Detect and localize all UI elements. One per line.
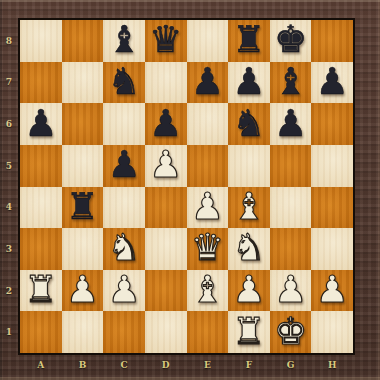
piece-white-rook[interactable]: ♜ bbox=[232, 313, 265, 350]
rank-label-7: 7 bbox=[0, 62, 18, 104]
rank-label-1: 1 bbox=[0, 311, 18, 353]
square-c3[interactable]: ♞ bbox=[103, 228, 145, 270]
square-e8[interactable] bbox=[187, 20, 229, 62]
square-b8[interactable] bbox=[62, 20, 104, 62]
square-d5[interactable]: ♟ bbox=[145, 145, 187, 187]
square-e7[interactable]: ♟ bbox=[187, 62, 229, 104]
square-g3[interactable] bbox=[270, 228, 312, 270]
piece-white-knight[interactable]: ♞ bbox=[107, 229, 140, 266]
square-b4[interactable]: ♜ bbox=[62, 187, 104, 229]
square-c4[interactable] bbox=[103, 187, 145, 229]
square-h4[interactable] bbox=[311, 187, 353, 229]
file-label-h: H bbox=[311, 356, 353, 374]
rank-label-6: 6 bbox=[0, 103, 18, 145]
square-f2[interactable]: ♟ bbox=[228, 270, 270, 312]
square-a5[interactable] bbox=[20, 145, 62, 187]
square-h5[interactable] bbox=[311, 145, 353, 187]
piece-black-rook[interactable]: ♜ bbox=[232, 21, 265, 58]
piece-black-pawn[interactable]: ♟ bbox=[316, 63, 349, 100]
piece-black-pawn[interactable]: ♟ bbox=[107, 146, 140, 183]
square-b5[interactable] bbox=[62, 145, 104, 187]
square-c8[interactable]: ♝ bbox=[103, 20, 145, 62]
piece-white-rook[interactable]: ♜ bbox=[24, 271, 57, 308]
square-h6[interactable] bbox=[311, 103, 353, 145]
rank-label-2: 2 bbox=[0, 270, 18, 312]
square-f4[interactable]: ♝ bbox=[228, 187, 270, 229]
square-g2[interactable]: ♟ bbox=[270, 270, 312, 312]
square-f7[interactable]: ♟ bbox=[228, 62, 270, 104]
rank-label-8: 8 bbox=[0, 20, 18, 62]
square-g4[interactable] bbox=[270, 187, 312, 229]
piece-black-bishop[interactable]: ♝ bbox=[107, 21, 140, 58]
square-f8[interactable]: ♜ bbox=[228, 20, 270, 62]
square-c7[interactable]: ♞ bbox=[103, 62, 145, 104]
piece-white-queen[interactable]: ♛ bbox=[191, 229, 224, 266]
square-d2[interactable] bbox=[145, 270, 187, 312]
square-f6[interactable]: ♞ bbox=[228, 103, 270, 145]
square-h2[interactable]: ♟ bbox=[311, 270, 353, 312]
file-label-e: E bbox=[187, 356, 229, 374]
file-label-f: F bbox=[228, 356, 270, 374]
square-h7[interactable]: ♟ bbox=[311, 62, 353, 104]
square-d1[interactable] bbox=[145, 311, 187, 353]
square-a8[interactable] bbox=[20, 20, 62, 62]
piece-black-pawn[interactable]: ♟ bbox=[191, 63, 224, 100]
square-g6[interactable]: ♟ bbox=[270, 103, 312, 145]
square-g1[interactable]: ♚ bbox=[270, 311, 312, 353]
piece-white-pawn[interactable]: ♟ bbox=[316, 271, 349, 308]
piece-white-pawn[interactable]: ♟ bbox=[149, 146, 182, 183]
file-label-b: B bbox=[62, 356, 104, 374]
piece-black-pawn[interactable]: ♟ bbox=[232, 63, 265, 100]
square-b7[interactable] bbox=[62, 62, 104, 104]
square-g7[interactable]: ♝ bbox=[270, 62, 312, 104]
square-d4[interactable] bbox=[145, 187, 187, 229]
square-e2[interactable]: ♝ bbox=[187, 270, 229, 312]
piece-white-bishop[interactable]: ♝ bbox=[232, 188, 265, 225]
square-b3[interactable] bbox=[62, 228, 104, 270]
rank-label-4: 4 bbox=[0, 187, 18, 229]
square-h8[interactable] bbox=[311, 20, 353, 62]
square-a7[interactable] bbox=[20, 62, 62, 104]
square-c5[interactable]: ♟ bbox=[103, 145, 145, 187]
piece-white-pawn[interactable]: ♟ bbox=[274, 271, 307, 308]
square-h3[interactable] bbox=[311, 228, 353, 270]
square-c1[interactable] bbox=[103, 311, 145, 353]
file-label-a: A bbox=[20, 356, 62, 374]
piece-black-bishop[interactable]: ♝ bbox=[274, 63, 307, 100]
square-c2[interactable]: ♟ bbox=[103, 270, 145, 312]
square-e4[interactable]: ♟ bbox=[187, 187, 229, 229]
piece-black-pawn[interactable]: ♟ bbox=[274, 105, 307, 142]
piece-white-knight[interactable]: ♞ bbox=[232, 229, 265, 266]
square-a3[interactable] bbox=[20, 228, 62, 270]
chess-board: ♝♛♜♚♞♟♟♝♟♟♟♞♟♟♟♜♟♝♞♛♞♜♟♟♝♟♟♟♜♚ bbox=[18, 18, 355, 355]
piece-white-pawn[interactable]: ♟ bbox=[232, 271, 265, 308]
square-f3[interactable]: ♞ bbox=[228, 228, 270, 270]
square-c6[interactable] bbox=[103, 103, 145, 145]
piece-white-pawn[interactable]: ♟ bbox=[107, 271, 140, 308]
file-label-c: C bbox=[103, 356, 145, 374]
square-d6[interactable]: ♟ bbox=[145, 103, 187, 145]
square-e5[interactable] bbox=[187, 145, 229, 187]
chess-board-frame: ♝♛♜♚♞♟♟♝♟♟♟♞♟♟♟♜♟♝♞♛♞♜♟♟♝♟♟♟♜♚ 87654321A… bbox=[0, 0, 380, 380]
piece-white-king[interactable]: ♚ bbox=[274, 313, 307, 350]
square-d8[interactable]: ♛ bbox=[145, 20, 187, 62]
piece-black-knight[interactable]: ♞ bbox=[107, 63, 140, 100]
square-h1[interactable] bbox=[311, 311, 353, 353]
square-b1[interactable] bbox=[62, 311, 104, 353]
piece-white-pawn[interactable]: ♟ bbox=[191, 188, 224, 225]
square-d7[interactable] bbox=[145, 62, 187, 104]
square-e6[interactable] bbox=[187, 103, 229, 145]
square-a2[interactable]: ♜ bbox=[20, 270, 62, 312]
piece-black-queen[interactable]: ♛ bbox=[149, 21, 182, 58]
square-g8[interactable]: ♚ bbox=[270, 20, 312, 62]
piece-black-pawn[interactable]: ♟ bbox=[24, 105, 57, 142]
square-b2[interactable]: ♟ bbox=[62, 270, 104, 312]
square-f5[interactable] bbox=[228, 145, 270, 187]
square-a1[interactable] bbox=[20, 311, 62, 353]
rank-label-5: 5 bbox=[0, 145, 18, 187]
square-g5[interactable] bbox=[270, 145, 312, 187]
square-d3[interactable] bbox=[145, 228, 187, 270]
piece-white-bishop[interactable]: ♝ bbox=[191, 271, 224, 308]
square-e3[interactable]: ♛ bbox=[187, 228, 229, 270]
square-a4[interactable] bbox=[20, 187, 62, 229]
piece-black-king[interactable]: ♚ bbox=[274, 21, 307, 58]
piece-black-knight[interactable]: ♞ bbox=[232, 105, 265, 142]
square-b6[interactable] bbox=[62, 103, 104, 145]
piece-black-rook[interactable]: ♜ bbox=[66, 188, 99, 225]
piece-white-pawn[interactable]: ♟ bbox=[66, 271, 99, 308]
square-f1[interactable]: ♜ bbox=[228, 311, 270, 353]
piece-black-pawn[interactable]: ♟ bbox=[149, 105, 182, 142]
square-a6[interactable]: ♟ bbox=[20, 103, 62, 145]
file-label-d: D bbox=[145, 356, 187, 374]
square-e1[interactable] bbox=[187, 311, 229, 353]
rank-label-3: 3 bbox=[0, 228, 18, 270]
file-label-g: G bbox=[270, 356, 312, 374]
